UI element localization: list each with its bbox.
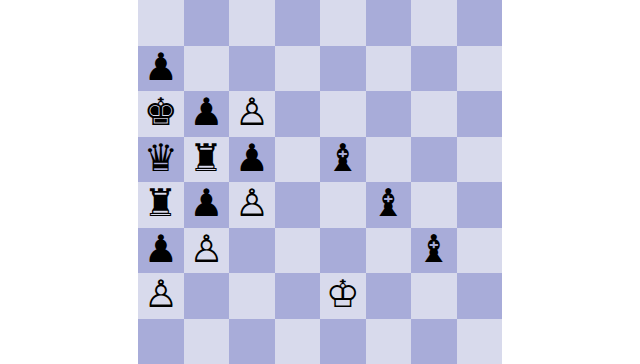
square-c1[interactable]	[229, 319, 275, 364]
square-d4[interactable]	[275, 182, 321, 228]
square-a2[interactable]: ♙	[138, 273, 184, 319]
square-g6[interactable]	[411, 91, 457, 137]
black-bishop-e5[interactable]: ♝	[326, 136, 360, 182]
square-b4[interactable]: ♟	[184, 182, 230, 228]
square-g2[interactable]	[411, 273, 457, 319]
chess-board: ♟♚♟♙♛♜♟♝♜♟♙♝♟♙♝♙♔	[138, 0, 502, 364]
square-d7[interactable]	[275, 46, 321, 92]
square-a4[interactable]: ♜	[138, 182, 184, 228]
square-d6[interactable]	[275, 91, 321, 137]
square-f1[interactable]	[366, 319, 412, 364]
square-e5[interactable]: ♝	[320, 137, 366, 183]
square-f3[interactable]	[366, 228, 412, 274]
black-bishop-f4[interactable]: ♝	[371, 181, 405, 227]
square-h3[interactable]	[457, 228, 503, 274]
square-b2[interactable]	[184, 273, 230, 319]
square-f7[interactable]	[366, 46, 412, 92]
square-g3[interactable]: ♝	[411, 228, 457, 274]
square-e8[interactable]	[320, 0, 366, 46]
square-h8[interactable]	[457, 0, 503, 46]
square-g7[interactable]	[411, 46, 457, 92]
square-g1[interactable]	[411, 319, 457, 364]
square-a8[interactable]	[138, 0, 184, 46]
square-f4[interactable]: ♝	[366, 182, 412, 228]
square-c8[interactable]	[229, 0, 275, 46]
square-e4[interactable]	[320, 182, 366, 228]
square-h1[interactable]	[457, 319, 503, 364]
square-a7[interactable]: ♟	[138, 46, 184, 92]
square-f5[interactable]	[366, 137, 412, 183]
square-b6[interactable]: ♟	[184, 91, 230, 137]
square-b5[interactable]: ♜	[184, 137, 230, 183]
square-h4[interactable]	[457, 182, 503, 228]
square-a3[interactable]: ♟	[138, 228, 184, 274]
square-h2[interactable]	[457, 273, 503, 319]
square-b8[interactable]	[184, 0, 230, 46]
square-g5[interactable]	[411, 137, 457, 183]
black-queen-a5[interactable]: ♛	[144, 136, 178, 182]
black-pawn-b4[interactable]: ♟	[189, 181, 223, 227]
square-d1[interactable]	[275, 319, 321, 364]
square-d5[interactable]	[275, 137, 321, 183]
square-c5[interactable]: ♟	[229, 137, 275, 183]
white-pawn-c4[interactable]: ♙	[235, 181, 269, 227]
white-pawn-b3[interactable]: ♙	[189, 227, 223, 273]
square-b1[interactable]	[184, 319, 230, 364]
square-c4[interactable]: ♙	[229, 182, 275, 228]
square-g8[interactable]	[411, 0, 457, 46]
square-b7[interactable]	[184, 46, 230, 92]
white-pawn-c6[interactable]: ♙	[235, 90, 269, 136]
square-c7[interactable]	[229, 46, 275, 92]
square-e6[interactable]	[320, 91, 366, 137]
square-h7[interactable]	[457, 46, 503, 92]
black-king-a6[interactable]: ♚	[144, 90, 178, 136]
square-e7[interactable]	[320, 46, 366, 92]
square-b3[interactable]: ♙	[184, 228, 230, 274]
black-bishop-g3[interactable]: ♝	[417, 227, 451, 273]
black-pawn-a3[interactable]: ♟	[144, 227, 178, 273]
square-f6[interactable]	[366, 91, 412, 137]
square-d3[interactable]	[275, 228, 321, 274]
square-f8[interactable]	[366, 0, 412, 46]
square-a6[interactable]: ♚	[138, 91, 184, 137]
black-pawn-b6[interactable]: ♟	[189, 90, 223, 136]
square-a5[interactable]: ♛	[138, 137, 184, 183]
square-d2[interactable]	[275, 273, 321, 319]
white-pawn-a2[interactable]: ♙	[144, 272, 178, 318]
square-d8[interactable]	[275, 0, 321, 46]
black-rook-a4[interactable]: ♜	[144, 181, 178, 227]
square-a1[interactable]	[138, 319, 184, 364]
black-pawn-c5[interactable]: ♟	[235, 136, 269, 182]
black-rook-b5[interactable]: ♜	[189, 136, 223, 182]
square-f2[interactable]	[366, 273, 412, 319]
square-h5[interactable]	[457, 137, 503, 183]
square-e1[interactable]	[320, 319, 366, 364]
square-e2[interactable]: ♔	[320, 273, 366, 319]
square-c6[interactable]: ♙	[229, 91, 275, 137]
square-e3[interactable]	[320, 228, 366, 274]
square-c2[interactable]	[229, 273, 275, 319]
black-pawn-a7[interactable]: ♟	[144, 45, 178, 91]
square-g4[interactable]	[411, 182, 457, 228]
square-c3[interactable]	[229, 228, 275, 274]
diagram-background: ♟♚♟♙♛♜♟♝♜♟♙♝♟♙♝♙♔	[0, 0, 640, 364]
white-king-e2[interactable]: ♔	[326, 272, 360, 318]
square-h6[interactable]	[457, 91, 503, 137]
